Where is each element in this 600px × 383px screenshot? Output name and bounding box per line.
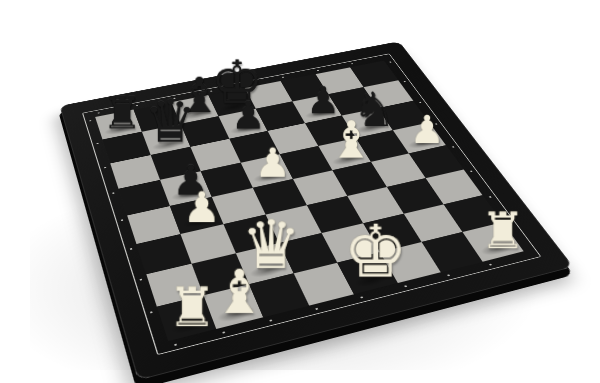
board-squares: ♜♝♚♛♟♟♞♟♟♝♟♟♛♜♝♚♜: [95, 61, 524, 341]
chess-scene: ♜♝♚♛♟♟♞♟♟♝♟♟♛♜♝♚♜: [0, 0, 600, 383]
piece-white-king-e1[interactable]: ♚: [343, 216, 408, 288]
chess-board-frame: ♜♝♚♛♟♟♞♟♟♝♟♟♛♜♝♚♜: [60, 41, 574, 380]
piece-white-pawn-h5[interactable]: ♟: [410, 110, 445, 149]
square-a8[interactable]: ♜: [95, 110, 142, 140]
piece-white-pawn-b4[interactable]: ♟: [183, 186, 221, 228]
piece-black-rook-a8[interactable]: ♜: [103, 91, 142, 135]
square-a1[interactable]: ♜: [157, 295, 216, 341]
piece-black-pawn-d7[interactable]: ♟: [231, 96, 265, 134]
piece-black-queen-b7[interactable]: ♛: [144, 92, 196, 150]
piece-white-bishop-f5[interactable]: ♝: [328, 114, 374, 165]
piece-white-bishop-b1[interactable]: ♝: [212, 262, 266, 323]
piece-white-rook-a1[interactable]: ♜: [168, 280, 217, 334]
piece-white-pawn-d5[interactable]: ♟: [255, 143, 291, 183]
piece-white-rook-h1[interactable]: ♜: [480, 206, 525, 256]
